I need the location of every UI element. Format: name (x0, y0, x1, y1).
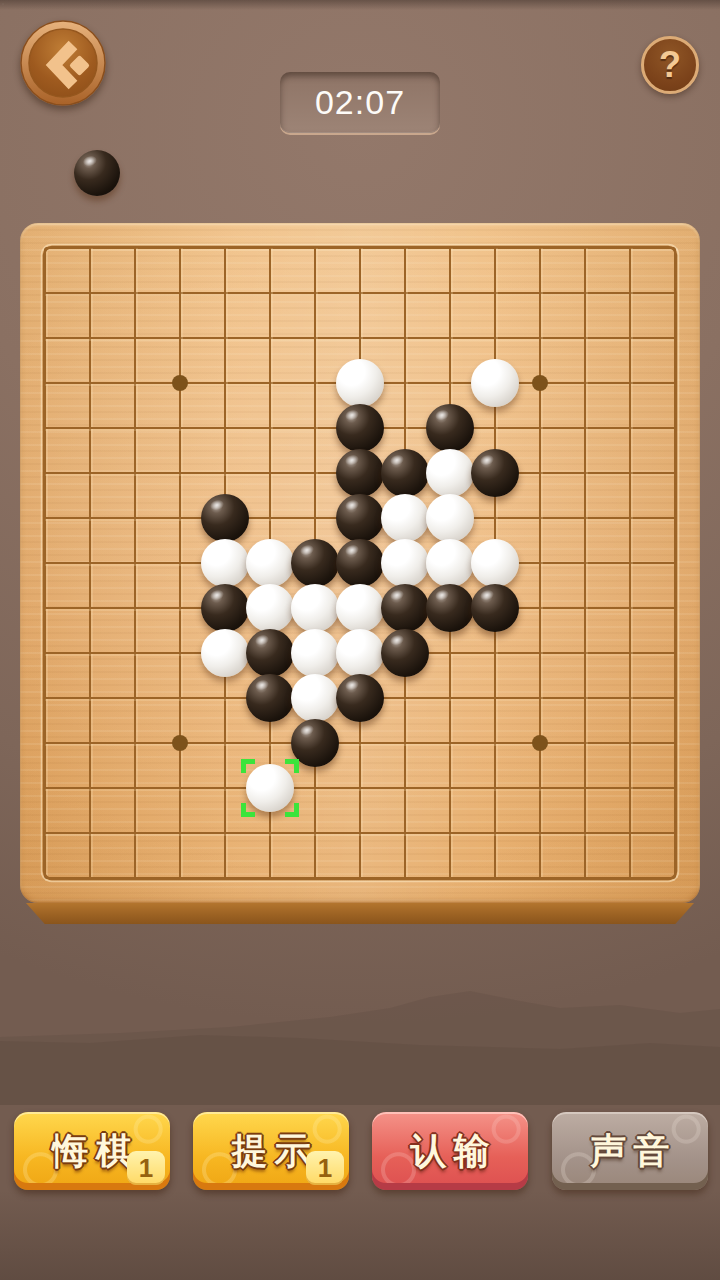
player-indicator-stone (74, 150, 120, 196)
board-grid[interactable] (45, 248, 675, 878)
sound-button[interactable]: 声音 (552, 1112, 708, 1190)
undo-button[interactable]: 悔棋 1 (14, 1112, 170, 1190)
undo-label: 悔棋 (46, 1127, 139, 1176)
board-side-face (26, 903, 694, 924)
question-mark-icon: ? (659, 44, 681, 86)
mountain-silhouette (0, 975, 720, 1105)
back-icon (20, 20, 106, 106)
resign-button[interactable]: 认输 (372, 1112, 528, 1190)
back-button[interactable] (20, 20, 106, 106)
game-screen: 02:07 ? 悔棋 1 提示 1 认输 声音 (0, 0, 720, 1280)
help-button[interactable]: ? (641, 36, 699, 94)
resign-label: 认输 (404, 1127, 497, 1176)
hint-count-badge: 1 (306, 1151, 344, 1185)
hint-label: 提示 (225, 1127, 318, 1176)
undo-count-badge: 1 (127, 1151, 165, 1185)
timer-value: 02:07 (315, 83, 405, 122)
grid-lines (45, 248, 675, 878)
hint-button[interactable]: 提示 1 (193, 1112, 349, 1190)
sound-label: 声音 (584, 1127, 677, 1176)
gomoku-board (20, 223, 700, 903)
game-timer: 02:07 (280, 72, 440, 133)
